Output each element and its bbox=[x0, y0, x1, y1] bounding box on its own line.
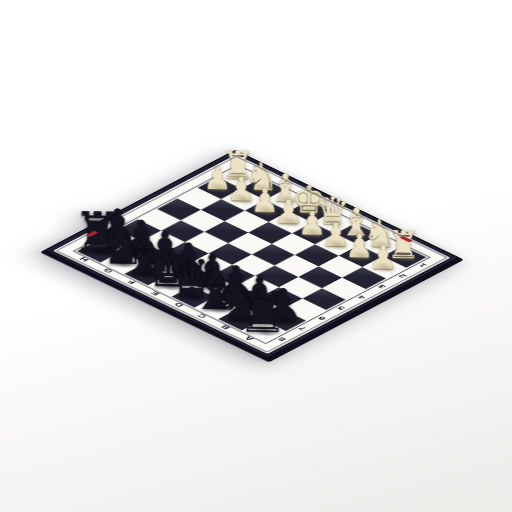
board-border: ♜♞♝♚♛♝♞♜♟♟♟♟♟♟♟♟♟♟♟♟♟♟♟♟♜♞♝♚♛♝♞♜ HGFEDCB… bbox=[53, 155, 450, 354]
board-rim: ♜♞♝♚♛♝♞♜♟♟♟♟♟♟♟♟♟♟♟♟♟♟♟♟♜♞♝♚♛♝♞♜ HGFEDCB… bbox=[40, 150, 464, 363]
photo-background: ♜♞♝♚♛♝♞♜♟♟♟♟♟♟♟♟♟♟♟♟♟♟♟♟♜♞♝♚♛♝♞♜ HGFEDCB… bbox=[0, 0, 512, 512]
chess-board: ♜♞♝♚♛♝♞♜♟♟♟♟♟♟♟♟♟♟♟♟♟♟♟♟♜♞♝♚♛♝♞♜ HGFEDCB… bbox=[40, 150, 464, 363]
board-grid: ♜♞♝♚♛♝♞♜♟♟♟♟♟♟♟♟♟♟♟♟♟♟♟♟♜♞♝♚♛♝♞♜ bbox=[77, 167, 426, 342]
chess-piece-glyph: ♟ bbox=[368, 241, 397, 273]
